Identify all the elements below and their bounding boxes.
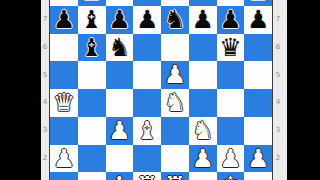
square-g3[interactable] <box>217 117 245 145</box>
square-c3[interactable]: ♟ <box>106 117 134 145</box>
piece-black-pawn: ♟ <box>189 6 217 34</box>
square-b4[interactable] <box>78 89 106 117</box>
rank-label-right-4: 4 <box>274 98 282 107</box>
square-c7[interactable]: ♟ <box>106 6 134 34</box>
square-b7[interactable]: ♝ <box>78 6 106 34</box>
square-g1[interactable]: ♚ <box>217 172 245 180</box>
square-e7[interactable]: ♞ <box>161 6 189 34</box>
piece-black-bishop: ♝ <box>78 34 106 62</box>
square-d7[interactable]: ♟ <box>133 6 161 34</box>
square-a3[interactable] <box>50 117 78 145</box>
rank-label-right-3: 3 <box>274 126 282 135</box>
square-c2[interactable] <box>106 145 134 173</box>
piece-black-queen: ♛ <box>217 34 245 62</box>
square-f2[interactable]: ♟ <box>189 145 217 173</box>
square-a4[interactable]: ♛ <box>50 89 78 117</box>
square-c5[interactable] <box>106 61 134 89</box>
piece-black-knight: ♞ <box>161 6 189 34</box>
square-d1[interactable]: ♜ <box>133 172 161 180</box>
rank-label-left-3: 3 <box>41 126 49 135</box>
piece-white-rook: ♜ <box>133 172 161 180</box>
square-g5[interactable] <box>217 61 245 89</box>
video-frame: ♜♚♜♟♝♟♟♞♟♟♟♝♞♛♟♛♞♟♝♞♟♟♟♟♝♜♜♚ 77665544332… <box>0 0 320 180</box>
square-a2[interactable]: ♟ <box>50 145 78 173</box>
square-a5[interactable] <box>50 61 78 89</box>
square-f1[interactable] <box>189 172 217 180</box>
piece-black-pawn: ♟ <box>50 6 78 34</box>
piece-white-pawn: ♟ <box>106 117 134 145</box>
square-e3[interactable] <box>161 117 189 145</box>
square-c1[interactable]: ♝ <box>106 172 134 180</box>
square-c4[interactable] <box>106 89 134 117</box>
square-b3[interactable] <box>78 117 106 145</box>
square-d5[interactable] <box>133 61 161 89</box>
square-f6[interactable] <box>189 34 217 62</box>
piece-black-bishop: ♝ <box>78 6 106 34</box>
square-d4[interactable] <box>133 89 161 117</box>
rank-label-right-6: 6 <box>274 43 282 52</box>
square-g2[interactable]: ♟ <box>217 145 245 173</box>
square-f4[interactable] <box>189 89 217 117</box>
square-h5[interactable] <box>244 61 272 89</box>
chess-board: ♜♚♜♟♝♟♟♞♟♟♟♝♞♛♟♛♞♟♝♞♟♟♟♟♝♜♜♚ <box>49 0 273 180</box>
square-a7[interactable]: ♟ <box>50 6 78 34</box>
piece-white-queen: ♛ <box>50 89 78 117</box>
square-h7[interactable]: ♟ <box>244 6 272 34</box>
piece-white-knight: ♞ <box>161 89 189 117</box>
square-b1[interactable] <box>78 172 106 180</box>
square-f5[interactable] <box>189 61 217 89</box>
square-b5[interactable] <box>78 61 106 89</box>
square-a6[interactable] <box>50 34 78 62</box>
square-e2[interactable] <box>161 145 189 173</box>
rank-label-right-7: 7 <box>274 15 282 24</box>
square-f3[interactable]: ♞ <box>189 117 217 145</box>
piece-black-pawn: ♟ <box>244 6 272 34</box>
square-h1[interactable] <box>244 172 272 180</box>
piece-white-knight: ♞ <box>189 117 217 145</box>
rank-label-right-2: 2 <box>274 154 282 163</box>
square-g4[interactable] <box>217 89 245 117</box>
rank-label-left-5: 5 <box>41 71 49 80</box>
piece-white-bishop: ♝ <box>106 172 134 180</box>
rank-label-right-5: 5 <box>274 71 282 80</box>
piece-white-pawn: ♟ <box>217 145 245 173</box>
square-a1[interactable] <box>50 172 78 180</box>
piece-black-knight: ♞ <box>106 34 134 62</box>
square-e4[interactable]: ♞ <box>161 89 189 117</box>
rank-label-left-4: 4 <box>41 98 49 107</box>
square-d3[interactable]: ♝ <box>133 117 161 145</box>
square-g6[interactable]: ♛ <box>217 34 245 62</box>
square-d6[interactable] <box>133 34 161 62</box>
square-h6[interactable] <box>244 34 272 62</box>
piece-white-bishop: ♝ <box>133 117 161 145</box>
square-e1[interactable]: ♜ <box>161 172 189 180</box>
rank-label-left-6: 6 <box>41 43 49 52</box>
piece-black-pawn: ♟ <box>133 6 161 34</box>
square-b6[interactable]: ♝ <box>78 34 106 62</box>
square-h2[interactable]: ♟ <box>244 145 272 173</box>
piece-black-pawn: ♟ <box>217 6 245 34</box>
piece-white-king: ♚ <box>217 172 245 180</box>
square-h4[interactable] <box>244 89 272 117</box>
piece-black-pawn: ♟ <box>106 6 134 34</box>
piece-white-pawn: ♟ <box>161 61 189 89</box>
piece-white-rook: ♜ <box>161 172 189 180</box>
square-b2[interactable] <box>78 145 106 173</box>
square-e6[interactable] <box>161 34 189 62</box>
square-e5[interactable]: ♟ <box>161 61 189 89</box>
rank-label-left-2: 2 <box>41 154 49 163</box>
piece-white-pawn: ♟ <box>50 145 78 173</box>
square-g7[interactable]: ♟ <box>217 6 245 34</box>
piece-white-pawn: ♟ <box>189 145 217 173</box>
square-h3[interactable] <box>244 117 272 145</box>
piece-white-pawn: ♟ <box>244 145 272 173</box>
square-f7[interactable]: ♟ <box>189 6 217 34</box>
rank-label-left-7: 7 <box>41 15 49 24</box>
square-c6[interactable]: ♞ <box>106 34 134 62</box>
square-d2[interactable] <box>133 145 161 173</box>
